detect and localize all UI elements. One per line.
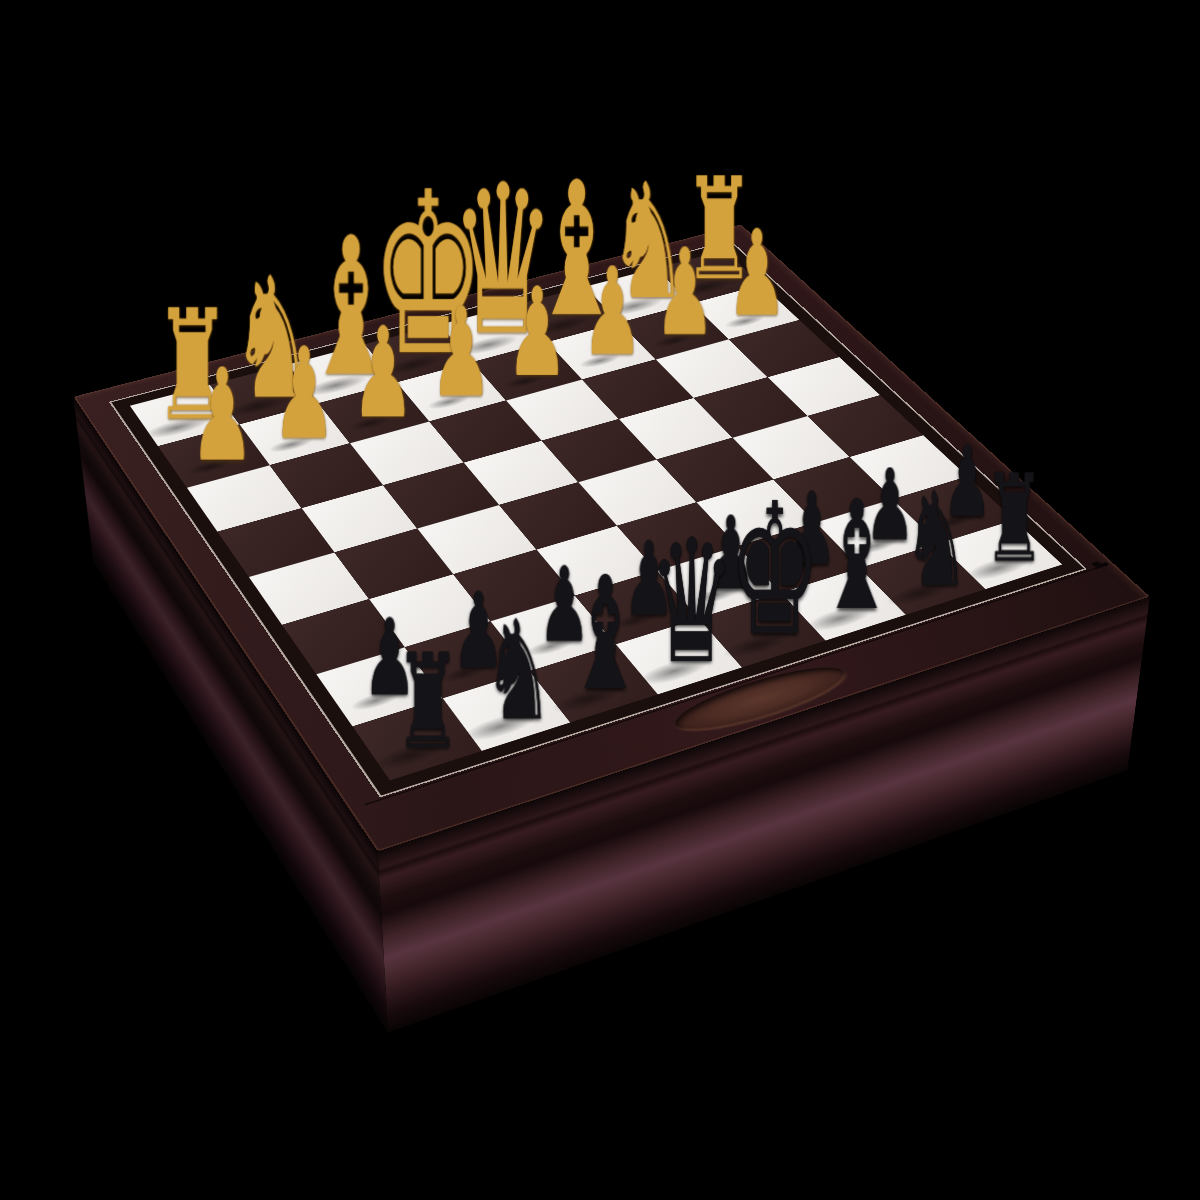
pawn-glyph-icon: ♟: [133, 365, 311, 467]
product-photo: ♜♞♝♚♛♝♞♜♟♟♟♟♟♟♟♟♟♟♟♟♟♟♟♟♜♞♝♛♚♝♞♜: [0, 0, 1200, 1200]
rook-glyph-icon: ♜: [327, 649, 530, 754]
chess-box: ♜♞♝♚♛♝♞♜♟♟♟♟♟♟♟♟♟♟♟♟♟♟♟♟♜♞♝♛♚♝♞♜: [73, 224, 1150, 851]
scene: ♜♞♝♚♛♝♞♜♟♟♟♟♟♟♟♟♟♟♟♟♟♟♟♟♜♞♝♛♚♝♞♜: [0, 0, 1200, 1200]
